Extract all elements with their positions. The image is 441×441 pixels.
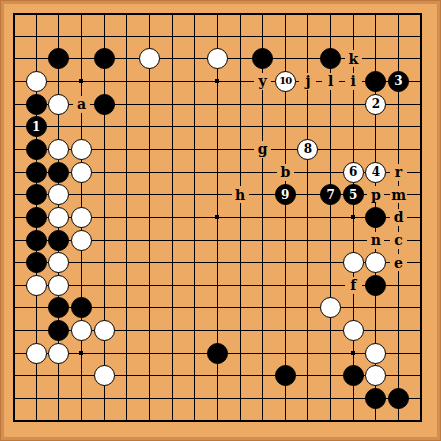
grid-line-horizontal: [13, 420, 423, 422]
black-stone: [388, 388, 409, 409]
move-number: 6: [349, 166, 357, 178]
point-label-f: f: [345, 277, 362, 294]
point-label-i: i: [345, 73, 362, 90]
go-board: abcdefghijklmnpry10321864975: [0, 0, 441, 441]
black-stone: [48, 230, 69, 251]
black-stone: [26, 94, 47, 115]
white-stone: [365, 343, 386, 364]
white-stone: [48, 275, 69, 296]
black-stone: [26, 207, 47, 228]
white-stone: [26, 71, 47, 92]
star-point: [351, 215, 355, 219]
black-stone: [26, 139, 47, 160]
black-stone: [26, 162, 47, 183]
point-label-r: r: [390, 164, 407, 181]
white-stone: [48, 343, 69, 364]
point-label-b: b: [277, 164, 294, 181]
white-stone-move-2: 2: [365, 94, 386, 115]
grid-line-vertical: [420, 13, 422, 423]
black-stone-move-9: 9: [275, 184, 296, 205]
white-stone: [343, 320, 364, 341]
move-number: 5: [349, 189, 357, 201]
grid-line-horizontal: [13, 398, 423, 399]
move-number: 2: [372, 98, 380, 110]
point-label-n: n: [367, 232, 384, 249]
star-point: [79, 351, 83, 355]
point-label-a: a: [73, 96, 90, 113]
grid-line-vertical: [240, 13, 241, 423]
black-stone: [26, 184, 47, 205]
black-stone-move-3: 3: [388, 71, 409, 92]
white-stone-move-6: 6: [343, 162, 364, 183]
move-number: 10: [279, 76, 291, 86]
white-stone: [48, 207, 69, 228]
black-stone-move-5: 5: [343, 184, 364, 205]
star-point: [215, 79, 219, 83]
star-point: [79, 79, 83, 83]
white-stone: [71, 230, 92, 251]
white-stone: [343, 252, 364, 273]
point-label-h: h: [232, 186, 249, 203]
black-stone: [343, 365, 364, 386]
white-stone-move-10: 10: [275, 71, 296, 92]
point-label-p: p: [367, 186, 384, 203]
star-point: [215, 215, 219, 219]
black-stone: [26, 230, 47, 251]
white-stone: [71, 139, 92, 160]
move-number: 3: [394, 75, 402, 87]
move-number: 4: [372, 166, 380, 178]
point-label-d: d: [390, 209, 407, 226]
white-stone: [94, 365, 115, 386]
black-stone: [94, 48, 115, 69]
white-stone-move-4: 4: [365, 162, 386, 183]
star-point: [351, 351, 355, 355]
black-stone: [26, 252, 47, 273]
move-number: 1: [32, 121, 40, 133]
point-label-y: y: [254, 73, 271, 90]
white-stone: [71, 207, 92, 228]
point-label-m: m: [390, 186, 407, 203]
point-label-g: g: [254, 141, 271, 158]
point-label-e: e: [390, 254, 407, 271]
point-label-c: c: [390, 232, 407, 249]
black-stone: [207, 343, 228, 364]
point-label-l: l: [322, 73, 339, 90]
white-stone: [26, 343, 47, 364]
white-stone: [94, 320, 115, 341]
white-stone: [48, 94, 69, 115]
black-stone-move-1: 1: [26, 116, 47, 137]
white-stone: [26, 275, 47, 296]
point-label-j: j: [299, 73, 316, 90]
point-label-k: k: [345, 50, 362, 67]
black-stone: [48, 162, 69, 183]
white-stone: [207, 48, 228, 69]
move-number: 8: [304, 143, 312, 155]
white-stone: [71, 162, 92, 183]
move-number: 9: [281, 189, 289, 201]
white-stone: [71, 320, 92, 341]
black-stone: [94, 94, 115, 115]
move-number: 7: [326, 189, 334, 201]
